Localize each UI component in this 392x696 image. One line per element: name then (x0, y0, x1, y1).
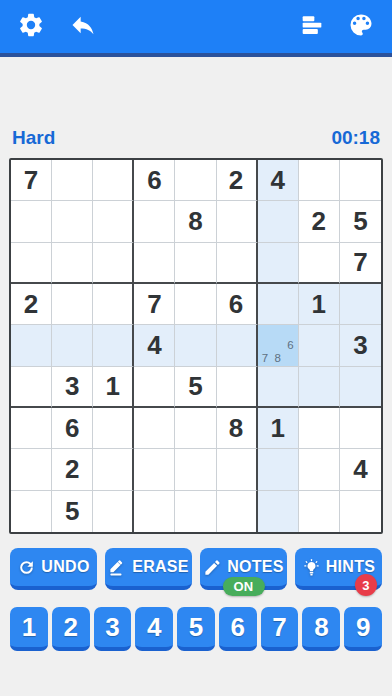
cell-r8c1[interactable] (11, 449, 52, 490)
notes-button[interactable]: NOTES ON (200, 548, 287, 590)
cell-r9c4[interactable] (134, 491, 175, 532)
top-bar (0, 0, 392, 57)
theme-button[interactable] (346, 12, 376, 42)
toolbar: UNDO ERASE NOTES ON HINTS 3 (10, 548, 382, 590)
numpad-9[interactable]: 9 (344, 607, 382, 651)
sudoku-app: Hard 00:18 76248257276146783315681245 UN… (0, 0, 392, 696)
cell-r8c5[interactable] (175, 449, 216, 490)
cell-r9c3[interactable] (93, 491, 134, 532)
cell-r9c6[interactable] (217, 491, 258, 532)
cell-r9c7[interactable] (258, 491, 299, 532)
cell-r1c5[interactable] (175, 160, 216, 201)
cell-r2c4[interactable] (134, 201, 175, 242)
hints-bulb-icon (302, 558, 321, 577)
cell-r6c7[interactable] (258, 367, 299, 408)
cell-r9c8[interactable] (299, 491, 340, 532)
settings-button[interactable] (16, 12, 46, 42)
hints-count-badge: 3 (355, 574, 377, 596)
cell-r7c4[interactable] (134, 408, 175, 449)
cell-r3c5[interactable] (175, 243, 216, 284)
cell-r7c1[interactable] (11, 408, 52, 449)
cell-r4c9[interactable] (340, 284, 381, 325)
erase-icon (108, 558, 127, 577)
cell-r7c9[interactable] (340, 408, 381, 449)
cell-r6c9[interactable] (340, 367, 381, 408)
cell-r4c1[interactable]: 2 (11, 284, 52, 325)
cell-r3c8[interactable] (299, 243, 340, 284)
cell-r6c6[interactable] (217, 367, 258, 408)
hints-button[interactable]: HINTS 3 (295, 548, 382, 590)
notes-on-badge: ON (222, 577, 264, 596)
cell-r1c4[interactable]: 6 (134, 160, 175, 201)
cell-r6c3[interactable]: 1 (93, 367, 134, 408)
cell-r1c7[interactable]: 4 (258, 160, 299, 201)
notes-pencil-icon (203, 558, 222, 577)
cell-r2c5[interactable]: 8 (175, 201, 216, 242)
cell-r2c9[interactable]: 5 (340, 201, 381, 242)
erase-button[interactable]: ERASE (105, 548, 192, 590)
cell-r5c1[interactable] (11, 325, 52, 366)
cell-r3c4[interactable] (134, 243, 175, 284)
cell-r7c7[interactable]: 1 (258, 408, 299, 449)
cell-r3c1[interactable] (11, 243, 52, 284)
cell-r1c3[interactable] (93, 160, 134, 201)
notes-label: NOTES (227, 558, 284, 576)
cell-r7c8[interactable] (299, 408, 340, 449)
cell-r3c3[interactable] (93, 243, 134, 284)
timer: 00:18 (331, 127, 380, 149)
numpad-5[interactable]: 5 (177, 607, 215, 651)
cell-r9c5[interactable] (175, 491, 216, 532)
cell-r7c5[interactable] (175, 408, 216, 449)
cell-r1c9[interactable] (340, 160, 381, 201)
cell-r4c2[interactable] (52, 284, 93, 325)
cell-r4c5[interactable] (175, 284, 216, 325)
cell-r4c3[interactable] (93, 284, 134, 325)
cell-r5c8[interactable] (299, 325, 340, 366)
cell-r4c7[interactable] (258, 284, 299, 325)
numpad-6[interactable]: 6 (219, 607, 257, 651)
sudoku-board[interactable]: 76248257276146783315681245 (9, 158, 383, 534)
numpad-2[interactable]: 2 (52, 607, 90, 651)
cell-r5c7[interactable]: 678 (258, 325, 299, 366)
cell-r3c6[interactable] (217, 243, 258, 284)
cell-r9c2[interactable]: 5 (52, 491, 93, 532)
cell-r2c3[interactable] (93, 201, 134, 242)
cell-r5c2[interactable] (52, 325, 93, 366)
palette-icon (347, 11, 375, 43)
cell-r5c6[interactable] (217, 325, 258, 366)
undo-label: UNDO (41, 558, 89, 576)
cell-r6c5[interactable]: 5 (175, 367, 216, 408)
cell-r6c8[interactable] (299, 367, 340, 408)
cell-r2c1[interactable] (11, 201, 52, 242)
cell-r1c2[interactable] (52, 160, 93, 201)
erase-label: ERASE (132, 558, 189, 576)
cell-r6c4[interactable] (134, 367, 175, 408)
cell-r8c8[interactable] (299, 449, 340, 490)
cell-r8c2[interactable]: 2 (52, 449, 93, 490)
difficulty-label: Hard (12, 127, 55, 149)
cell-r8c7[interactable] (258, 449, 299, 490)
cell-r3c2[interactable] (52, 243, 93, 284)
cell-r9c9[interactable] (340, 491, 381, 532)
cell-r8c6[interactable] (217, 449, 258, 490)
numpad-4[interactable]: 4 (135, 607, 173, 651)
cell-r4c4[interactable]: 7 (134, 284, 175, 325)
numpad-3[interactable]: 3 (94, 607, 132, 651)
cell-r3c7[interactable] (258, 243, 299, 284)
cell-r4c6[interactable]: 6 (217, 284, 258, 325)
numpad-1[interactable]: 1 (10, 607, 48, 651)
game-status-row: Hard 00:18 (12, 127, 380, 149)
back-arrow-icon (69, 11, 97, 43)
cell-r5c9[interactable]: 3 (340, 325, 381, 366)
cell-r2c7[interactable] (258, 201, 299, 242)
undo-button[interactable]: UNDO (10, 548, 97, 590)
back-button[interactable] (68, 12, 98, 42)
cell-r7c2[interactable]: 6 (52, 408, 93, 449)
cell-r1c6[interactable]: 2 (217, 160, 258, 201)
cell-r1c1[interactable]: 7 (11, 160, 52, 201)
number-pad: 1 2 3 4 5 6 7 8 9 (10, 607, 382, 651)
stats-button[interactable] (297, 12, 327, 42)
cell-r6c1[interactable] (11, 367, 52, 408)
cell-r7c6[interactable]: 8 (217, 408, 258, 449)
cell-r1c8[interactable] (299, 160, 340, 201)
cell-r4c8[interactable]: 1 (299, 284, 340, 325)
cell-r2c8[interactable]: 2 (299, 201, 340, 242)
numpad-8[interactable]: 8 (302, 607, 340, 651)
cell-r5c4[interactable]: 4 (134, 325, 175, 366)
cell-r8c4[interactable] (134, 449, 175, 490)
cell-r9c1[interactable] (11, 491, 52, 532)
cell-r2c2[interactable] (52, 201, 93, 242)
cell-r6c2[interactable]: 3 (52, 367, 93, 408)
cell-r7c3[interactable] (93, 408, 134, 449)
cell-r8c3[interactable] (93, 449, 134, 490)
undo-icon (17, 558, 36, 577)
cell-r2c6[interactable] (217, 201, 258, 242)
stats-bars-icon (298, 11, 326, 43)
gear-icon (17, 11, 45, 43)
cell-r3c9[interactable]: 7 (340, 243, 381, 284)
cell-r5c3[interactable] (93, 325, 134, 366)
cell-r5c5[interactable] (175, 325, 216, 366)
pencil-notes: 678 (259, 326, 297, 364)
cell-r8c9[interactable]: 4 (340, 449, 381, 490)
numpad-7[interactable]: 7 (261, 607, 299, 651)
